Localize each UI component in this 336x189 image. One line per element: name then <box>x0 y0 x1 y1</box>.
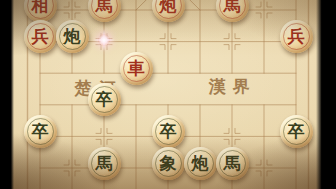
letterbox-right <box>316 0 336 189</box>
game-screen: 楚河 漢界 相馬炮馬兵炮兵車卒卒卒卒馬象炮馬 <box>0 0 336 189</box>
effects-layer <box>0 0 336 189</box>
letterbox-left <box>0 0 14 189</box>
sparkle-core <box>98 34 110 46</box>
